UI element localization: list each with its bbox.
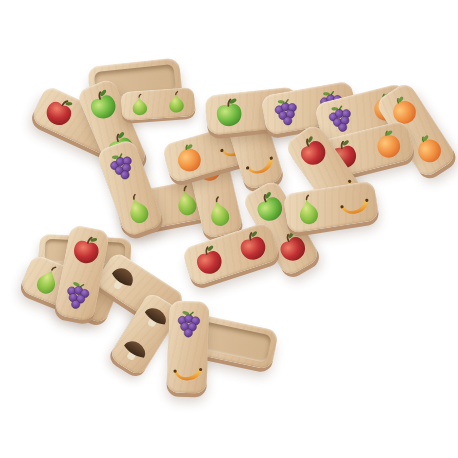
domino-tile-green-pear-green-pear[interactable] (120, 87, 195, 121)
grapes-icon (58, 276, 98, 316)
green-apple-icon (210, 95, 247, 132)
banana-icon (170, 352, 205, 387)
mushroom-icon (113, 330, 156, 372)
dominoes-table (0, 0, 458, 458)
red-apple-icon (188, 240, 231, 283)
green-pear-icon (125, 92, 154, 118)
red-apple-icon (231, 225, 274, 268)
banana-icon (334, 184, 373, 223)
green-pear-icon (116, 188, 160, 232)
grapes-icon (171, 306, 206, 341)
grapes-icon (267, 92, 306, 131)
domino-tile-grapes-banana[interactable] (166, 300, 209, 393)
green-pear-icon (289, 191, 328, 230)
green-pear-icon (162, 90, 191, 116)
green-pear-icon (199, 192, 240, 233)
domino-tile-green-pear-banana[interactable] (282, 180, 379, 234)
red-apple-icon (66, 230, 106, 270)
red-apple-icon (37, 90, 82, 135)
orange-icon (368, 124, 409, 165)
grapes-icon (100, 145, 144, 189)
banana-icon (237, 142, 279, 184)
orange-icon (168, 137, 210, 179)
